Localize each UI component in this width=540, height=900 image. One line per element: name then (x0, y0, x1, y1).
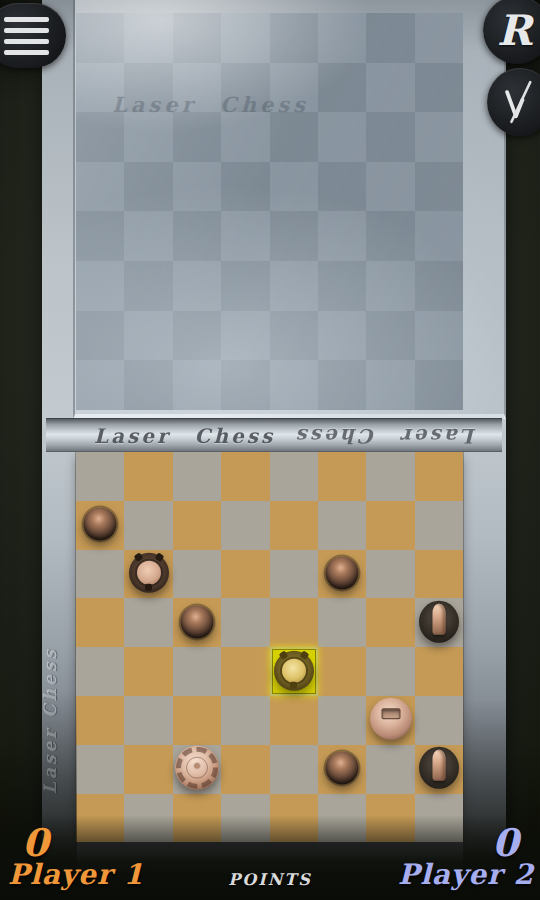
square-bottom-r1c6[interactable] (366, 501, 414, 550)
square-bottom-r5c4[interactable] (270, 696, 318, 745)
square-bottom-r4c6[interactable] (366, 647, 414, 696)
square-bottom-r2c2[interactable] (173, 550, 221, 599)
square-bottom-r0c7[interactable] (415, 452, 463, 501)
mirror-fin (432, 604, 445, 635)
square-bottom-r3c4[interactable] (270, 598, 318, 647)
fire-laser-button[interactable] (487, 68, 540, 136)
piece-king[interactable] (175, 746, 219, 790)
square-bottom-r1c3[interactable] (221, 501, 269, 550)
square-bottom-r5c5[interactable] (318, 696, 366, 745)
square-bottom-r2c7[interactable] (415, 550, 463, 599)
square-bottom-r3c6[interactable] (366, 598, 414, 647)
square-bottom-r1c2[interactable] (173, 501, 221, 550)
square-bottom-r0c3[interactable] (221, 452, 269, 501)
square-bottom-r6c5[interactable] (318, 745, 366, 794)
square-bottom-r2c1[interactable] (124, 550, 172, 599)
square-bottom-r5c2[interactable] (173, 696, 221, 745)
square-bottom-r6c0[interactable] (76, 745, 124, 794)
player2-name: Player 2 (398, 858, 534, 891)
square-bottom-r0c0[interactable] (76, 452, 124, 501)
square-bottom-r1c7[interactable] (415, 501, 463, 550)
square-bottom-r0c6[interactable] (366, 452, 414, 501)
square-bottom-r2c6[interactable] (366, 550, 414, 599)
square-bottom-r5c1[interactable] (124, 696, 172, 745)
points-label: POINTS (228, 870, 312, 889)
piece-gold[interactable] (274, 650, 314, 690)
brand-band: Laser Chess Laser Chess (46, 418, 502, 452)
square-bottom-r6c3[interactable] (221, 745, 269, 794)
piece-cap (137, 561, 161, 585)
piece-dome[interactable] (180, 605, 213, 638)
square-bottom-r6c1[interactable] (124, 745, 172, 794)
square-bottom-r4c4[interactable] (270, 647, 318, 696)
player-board[interactable] (76, 452, 463, 842)
panel-watermark: Laser Chess (112, 92, 309, 117)
brand-text-player1: Laser Chess (94, 424, 275, 448)
square-bottom-r5c6[interactable] (366, 696, 414, 745)
piece-cyl[interactable] (370, 698, 412, 740)
laser-fire-icon (495, 78, 539, 126)
hamburger-menu-icon (4, 17, 49, 22)
square-bottom-r3c7[interactable] (415, 598, 463, 647)
square-bottom-r5c3[interactable] (221, 696, 269, 745)
piece-ring[interactable] (129, 553, 169, 593)
square-bottom-r6c2[interactable] (173, 745, 221, 794)
square-bottom-r5c0[interactable] (76, 696, 124, 745)
square-bottom-r3c0[interactable] (76, 598, 124, 647)
square-bottom-r2c5[interactable] (318, 550, 366, 599)
square-bottom-r4c1[interactable] (124, 647, 172, 696)
menu-button[interactable] (0, 3, 66, 68)
square-bottom-r6c4[interactable] (270, 745, 318, 794)
mirror-fin (432, 750, 445, 781)
square-bottom-r1c0[interactable] (76, 501, 124, 550)
square-bottom-r2c0[interactable] (76, 550, 124, 599)
square-bottom-r4c5[interactable] (318, 647, 366, 696)
square-bottom-r4c3[interactable] (221, 647, 269, 696)
square-bottom-r1c1[interactable] (124, 501, 172, 550)
square-bottom-r2c4[interactable] (270, 550, 318, 599)
square-bottom-r3c5[interactable] (318, 598, 366, 647)
square-bottom-r2c3[interactable] (221, 550, 269, 599)
piece-dome[interactable] (326, 752, 359, 785)
square-bottom-r4c7[interactable] (415, 647, 463, 696)
square-bottom-r6c7[interactable] (415, 745, 463, 794)
piece-dome[interactable] (84, 508, 117, 541)
square-bottom-r4c0[interactable] (76, 647, 124, 696)
rotate-button-label: R (497, 6, 532, 55)
piece-mirror[interactable] (419, 747, 459, 789)
cylinder-slot (381, 709, 400, 720)
square-bottom-r1c5[interactable] (318, 501, 366, 550)
piece-mirror[interactable] (419, 601, 459, 643)
piece-dome[interactable] (326, 556, 359, 589)
square-bottom-r5c7[interactable] (415, 696, 463, 745)
square-bottom-r4c2[interactable] (173, 647, 221, 696)
square-bottom-r0c1[interactable] (124, 452, 172, 501)
brand-text-player2: Laser Chess (295, 424, 476, 448)
square-bottom-r3c2[interactable] (173, 598, 221, 647)
square-bottom-r3c3[interactable] (221, 598, 269, 647)
square-bottom-r1c4[interactable] (270, 501, 318, 550)
glass-cover (73, 0, 506, 419)
square-bottom-r6c6[interactable] (366, 745, 414, 794)
square-bottom-r0c2[interactable] (173, 452, 221, 501)
player1-name: Player 1 (8, 858, 144, 891)
piece-cap (282, 658, 306, 682)
square-bottom-r3c1[interactable] (124, 598, 172, 647)
square-bottom-r0c5[interactable] (318, 452, 366, 501)
square-bottom-r0c4[interactable] (270, 452, 318, 501)
